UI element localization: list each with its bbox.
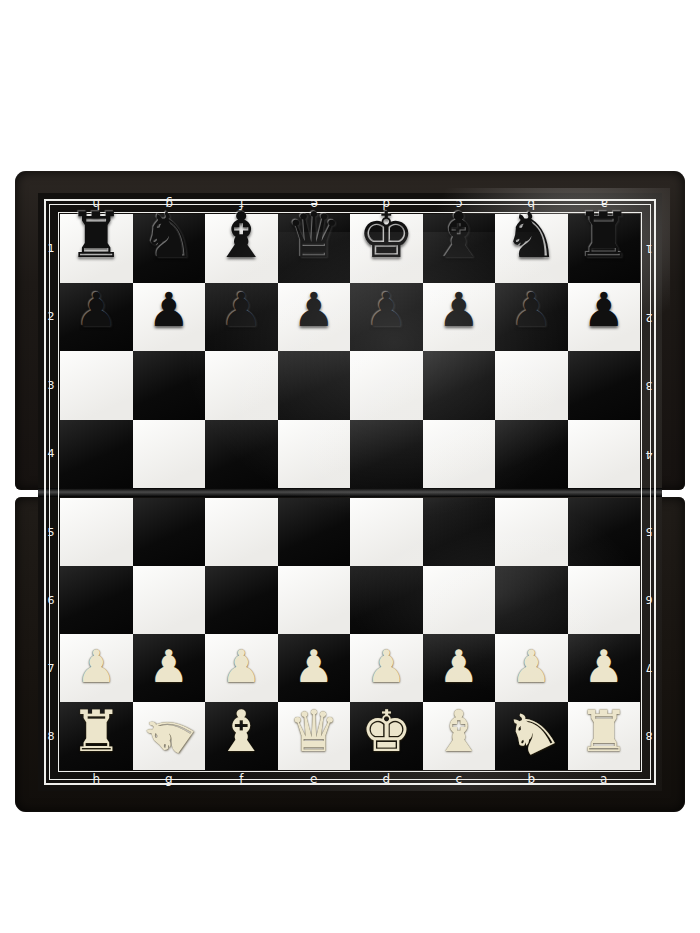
- rank-label-left-8: 8: [44, 702, 58, 770]
- white-pawn-piece[interactable]: ♟: [511, 644, 551, 689]
- file-label-top-c: c: [423, 197, 496, 212]
- square-e5[interactable]: [278, 498, 351, 566]
- square-f1[interactable]: ♝: [205, 214, 278, 283]
- file-label-bottom-h: h: [60, 771, 133, 786]
- square-b1[interactable]: ♞: [495, 214, 568, 283]
- square-c2[interactable]: ♟: [423, 283, 496, 352]
- square-h4[interactable]: [60, 420, 133, 489]
- white-pawn-piece[interactable]: ♟: [149, 644, 189, 689]
- square-e3[interactable]: [278, 351, 351, 420]
- square-d1[interactable]: ♚: [350, 214, 423, 283]
- rank-label-right-6: 6: [642, 566, 656, 634]
- square-b5[interactable]: [495, 498, 568, 566]
- file-label-top-a: a: [568, 197, 641, 212]
- square-a7[interactable]: ♟: [568, 634, 641, 702]
- square-b4[interactable]: [495, 420, 568, 489]
- rank-label-right-8: 8: [642, 702, 656, 770]
- file-label-top-g: g: [133, 197, 206, 212]
- square-d5[interactable]: [350, 498, 423, 566]
- white-pawn-piece[interactable]: ♟: [76, 644, 116, 689]
- square-b8[interactable]: ♞: [495, 702, 568, 770]
- square-h5[interactable]: [60, 498, 133, 566]
- square-a2[interactable]: ♟: [568, 283, 641, 352]
- hinge-seam-row: [60, 488, 640, 498]
- rank-label-left-5: 5: [44, 498, 58, 566]
- photo-canvas: { "game": "chess", "scene_title": "Foldi…: [0, 0, 700, 933]
- square-h2[interactable]: ♟: [60, 283, 133, 352]
- black-pawn-piece[interactable]: ♟: [220, 286, 262, 333]
- square-h8[interactable]: ♜: [60, 702, 133, 770]
- square-h7[interactable]: ♟: [60, 634, 133, 702]
- square-d4[interactable]: [350, 420, 423, 489]
- square-d8[interactable]: ♚: [350, 702, 423, 770]
- black-pawn-piece[interactable]: ♟: [438, 286, 480, 333]
- square-d3[interactable]: [350, 351, 423, 420]
- square-b3[interactable]: [495, 351, 568, 420]
- square-c3[interactable]: [423, 351, 496, 420]
- square-a5[interactable]: [568, 498, 641, 566]
- black-pawn-piece[interactable]: ♟: [293, 286, 335, 333]
- white-knight-piece[interactable]: ♞: [131, 696, 207, 771]
- white-pawn-piece[interactable]: ♟: [294, 644, 334, 689]
- white-bishop-piece[interactable]: ♝: [216, 703, 267, 760]
- black-pawn-piece[interactable]: ♟: [510, 286, 552, 333]
- rank-label-left-1: 1: [44, 214, 58, 283]
- square-g1[interactable]: ♞: [133, 214, 206, 283]
- square-g3[interactable]: [133, 351, 206, 420]
- square-f4[interactable]: [205, 420, 278, 489]
- square-c7[interactable]: ♟: [423, 634, 496, 702]
- file-label-top-f: f: [205, 197, 278, 212]
- black-king-piece[interactable]: ♚: [358, 204, 414, 267]
- rank-labels-left: 12345678: [44, 214, 58, 770]
- rank-label-left-6: 6: [44, 566, 58, 634]
- rank-label-right-2: 2: [642, 283, 656, 352]
- white-pawn-piece[interactable]: ♟: [584, 644, 624, 689]
- file-label-bottom-e: e: [278, 771, 351, 786]
- board-grid: ♜♞♝♛♚♝♞♜♟♟♟♟♟♟♟♟♟♟♟♟♟♟♟♟♜♞♝♛♚♝♞♜: [60, 214, 640, 770]
- black-bishop-piece[interactable]: ♝: [431, 204, 487, 267]
- square-a3[interactable]: [568, 351, 641, 420]
- white-rook-piece[interactable]: ♜: [71, 703, 122, 760]
- square-e1[interactable]: ♛: [278, 214, 351, 283]
- square-g5[interactable]: [133, 498, 206, 566]
- rank-labels-right: 12345678: [642, 214, 656, 770]
- square-g6[interactable]: [133, 566, 206, 634]
- file-labels-top: hgfedcba: [60, 197, 640, 212]
- square-c4[interactable]: [423, 420, 496, 489]
- black-bishop-piece[interactable]: ♝: [213, 204, 269, 267]
- rank-label-left-4: 4: [44, 420, 58, 489]
- white-pawn-piece[interactable]: ♟: [366, 644, 406, 689]
- rank-label-left-2: 2: [44, 283, 58, 352]
- black-pawn-piece[interactable]: ♟: [75, 286, 117, 333]
- square-f2[interactable]: ♟: [205, 283, 278, 352]
- file-label-top-d: d: [350, 197, 423, 212]
- black-knight-piece[interactable]: ♞: [503, 204, 559, 267]
- white-pawn-piece[interactable]: ♟: [439, 644, 479, 689]
- square-g2[interactable]: ♟: [133, 283, 206, 352]
- rank-label-right-4: 4: [642, 420, 656, 489]
- black-queen-piece[interactable]: ♛: [286, 204, 342, 267]
- square-a6[interactable]: [568, 566, 641, 634]
- file-label-bottom-c: c: [423, 771, 496, 786]
- square-g8[interactable]: ♞: [133, 702, 206, 770]
- square-c1[interactable]: ♝: [423, 214, 496, 283]
- black-pawn-piece[interactable]: ♟: [365, 286, 407, 333]
- black-pawn-piece[interactable]: ♟: [148, 286, 190, 333]
- file-label-bottom-g: g: [133, 771, 206, 786]
- square-h1[interactable]: ♜: [60, 214, 133, 283]
- rank-label-left-3: 3: [44, 351, 58, 420]
- square-e7[interactable]: ♟: [278, 634, 351, 702]
- file-label-bottom-b: b: [495, 771, 568, 786]
- square-b2[interactable]: ♟: [495, 283, 568, 352]
- square-d6[interactable]: [350, 566, 423, 634]
- white-bishop-piece[interactable]: ♝: [433, 703, 484, 760]
- square-f5[interactable]: [205, 498, 278, 566]
- square-c8[interactable]: ♝: [423, 702, 496, 770]
- rank-label-right-7: 7: [642, 634, 656, 702]
- square-d7[interactable]: ♟: [350, 634, 423, 702]
- square-e8[interactable]: ♛: [278, 702, 351, 770]
- black-rook-piece[interactable]: ♜: [68, 204, 124, 267]
- square-f3[interactable]: [205, 351, 278, 420]
- file-label-bottom-a: a: [568, 771, 641, 786]
- file-label-top-h: h: [60, 197, 133, 212]
- white-king-piece[interactable]: ♚: [361, 703, 412, 760]
- square-b6[interactable]: [495, 566, 568, 634]
- white-rook-piece[interactable]: ♜: [578, 703, 629, 760]
- square-b7[interactable]: ♟: [495, 634, 568, 702]
- square-f7[interactable]: ♟: [205, 634, 278, 702]
- white-knight-piece[interactable]: ♞: [496, 695, 567, 769]
- square-f6[interactable]: [205, 566, 278, 634]
- square-d2[interactable]: ♟: [350, 283, 423, 352]
- rank-label-left-7: 7: [44, 634, 58, 702]
- square-g4[interactable]: [133, 420, 206, 489]
- square-a8[interactable]: ♜: [568, 702, 641, 770]
- file-label-top-e: e: [278, 197, 351, 212]
- file-labels-bottom: hgfedcba: [60, 771, 640, 786]
- file-label-bottom-f: f: [205, 771, 278, 786]
- square-e6[interactable]: [278, 566, 351, 634]
- black-pawn-piece[interactable]: ♟: [583, 286, 625, 333]
- square-f8[interactable]: ♝: [205, 702, 278, 770]
- file-label-bottom-d: d: [350, 771, 423, 786]
- square-e2[interactable]: ♟: [278, 283, 351, 352]
- file-label-top-b: b: [495, 197, 568, 212]
- square-c5[interactable]: [423, 498, 496, 566]
- square-a1[interactable]: ♜: [568, 214, 641, 283]
- square-c6[interactable]: [423, 566, 496, 634]
- square-e4[interactable]: [278, 420, 351, 489]
- black-rook-piece[interactable]: ♜: [576, 204, 632, 267]
- square-a4[interactable]: [568, 420, 641, 489]
- black-knight-piece[interactable]: ♞: [141, 204, 197, 267]
- white-pawn-piece[interactable]: ♟: [221, 644, 261, 689]
- square-h3[interactable]: [60, 351, 133, 420]
- rank-label-right-3: 3: [642, 351, 656, 420]
- rank-label-right-1: 1: [642, 214, 656, 283]
- square-h6[interactable]: [60, 566, 133, 634]
- square-g7[interactable]: ♟: [133, 634, 206, 702]
- white-queen-piece[interactable]: ♛: [288, 703, 339, 760]
- rank-label-right-5: 5: [642, 498, 656, 566]
